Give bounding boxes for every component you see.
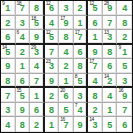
cell-r1c0[interactable]: 2 bbox=[1, 16, 16, 31]
cell-r1c1[interactable]: 3 bbox=[16, 16, 31, 31]
cell-r5c6[interactable]: 4 bbox=[88, 74, 103, 89]
solution-digit: 2 bbox=[93, 106, 98, 115]
cell-r5c7[interactable]: 142 bbox=[103, 74, 118, 89]
solution-digit: 7 bbox=[63, 121, 68, 130]
solution-digit: 3 bbox=[63, 4, 68, 13]
cage-sum: 12 bbox=[89, 1, 94, 6]
cell-r8c2[interactable]: 2 bbox=[30, 117, 45, 132]
solution-digit: 8 bbox=[63, 33, 68, 42]
solution-digit: 8 bbox=[107, 48, 112, 57]
cell-r5c0[interactable]: 8 bbox=[1, 74, 16, 89]
cage-sum: 15 bbox=[17, 88, 22, 93]
solution-digit: 9 bbox=[78, 121, 83, 130]
cage-sum: 14 bbox=[104, 74, 109, 79]
solution-digit: 5 bbox=[122, 62, 127, 71]
solution-digit: 2 bbox=[78, 4, 83, 13]
cage-sum: 6 bbox=[17, 30, 19, 35]
cage-sum: 23 bbox=[46, 59, 51, 64]
solution-digit: 2 bbox=[63, 62, 68, 71]
cell-r4c7[interactable]: 6 bbox=[103, 59, 118, 74]
cell-r1c6[interactable]: 6 bbox=[88, 16, 103, 31]
solution-digit: 1 bbox=[34, 92, 39, 101]
cage-sum: 18 bbox=[31, 16, 36, 21]
cell-r4c0[interactable]: 9 bbox=[1, 59, 16, 74]
solution-digit: 6 bbox=[93, 19, 98, 28]
solution-digit: 2 bbox=[49, 92, 54, 101]
cage-sum: 28 bbox=[104, 1, 109, 6]
cell-r7c6[interactable]: 2 bbox=[88, 103, 103, 118]
cage-sum: 14 bbox=[2, 45, 7, 50]
cell-r6c0[interactable]: 7 bbox=[1, 88, 16, 103]
solution-digit: 4 bbox=[78, 106, 83, 115]
solution-digit: 2 bbox=[34, 121, 39, 130]
cell-r7c5[interactable]: 74 bbox=[74, 103, 89, 118]
solution-digit: 7 bbox=[34, 77, 39, 86]
solution-digit: 4 bbox=[107, 92, 112, 101]
cell-r6c6[interactable]: 8 bbox=[88, 88, 103, 103]
cell-r8c6[interactable]: 143 bbox=[88, 117, 103, 132]
solution-digit: 5 bbox=[63, 106, 68, 115]
cell-r5c4[interactable]: 1 bbox=[59, 74, 74, 89]
solution-digit: 6 bbox=[5, 33, 10, 42]
cell-r6c4[interactable]: 206 bbox=[59, 88, 74, 103]
cell-r0c8[interactable]: 4 bbox=[117, 1, 132, 16]
solution-digit: 1 bbox=[63, 77, 68, 86]
cell-r6c2[interactable]: 1 bbox=[30, 88, 45, 103]
cell-r0c4[interactable]: 3 bbox=[59, 1, 74, 16]
solution-digit: 3 bbox=[20, 19, 25, 28]
solution-digit: 4 bbox=[5, 121, 10, 130]
cage-sum: 8 bbox=[75, 74, 77, 79]
cell-r1c8[interactable]: 8 bbox=[117, 16, 132, 31]
cell-r4c8[interactable]: 5 bbox=[117, 59, 132, 74]
cell-r2c6[interactable]: 1 bbox=[88, 30, 103, 45]
solution-digit: 5 bbox=[78, 77, 83, 86]
cell-r7c2[interactable]: 6 bbox=[30, 103, 45, 118]
cell-r4c5[interactable]: 8 bbox=[74, 59, 89, 74]
solution-digit: 3 bbox=[122, 77, 127, 86]
cage-sum: 12 bbox=[46, 30, 51, 35]
solution-digit: 1 bbox=[122, 48, 127, 57]
cell-r5c8[interactable]: 3 bbox=[117, 74, 132, 89]
cell-r1c7[interactable]: 7 bbox=[103, 16, 118, 31]
cell-r5c1[interactable]: 6 bbox=[16, 74, 31, 89]
cage-sum: 16 bbox=[118, 88, 123, 93]
cell-r3c1[interactable]: 2 bbox=[16, 45, 31, 60]
cell-r5c2[interactable]: 7 bbox=[30, 74, 45, 89]
solution-digit: 8 bbox=[5, 77, 10, 86]
cell-r7c0[interactable]: 3 bbox=[1, 103, 16, 118]
cell-r3c4[interactable]: 4 bbox=[59, 45, 74, 60]
cell-r8c5[interactable]: 9 bbox=[74, 117, 89, 132]
cell-r8c7[interactable]: 5 bbox=[103, 117, 118, 132]
cell-r6c3[interactable]: 2 bbox=[45, 88, 60, 103]
cage-sum: 17 bbox=[75, 30, 80, 35]
cell-r6c5[interactable]: 3 bbox=[74, 88, 89, 103]
cell-r1c5[interactable]: 1 bbox=[74, 16, 89, 31]
solution-digit: 9 bbox=[20, 106, 25, 115]
cell-r6c1[interactable]: 155 bbox=[16, 88, 31, 103]
solution-digit: 3 bbox=[93, 121, 98, 130]
cell-r1c3[interactable]: 4 bbox=[45, 16, 60, 31]
cage-sum: 12 bbox=[46, 1, 51, 6]
cell-r0c2[interactable]: 8 bbox=[30, 1, 45, 16]
cell-r5c3[interactable]: 9 bbox=[45, 74, 60, 89]
cell-r7c3[interactable]: 8 bbox=[45, 103, 60, 118]
solution-digit: 3 bbox=[5, 106, 10, 115]
solution-digit: 6 bbox=[34, 106, 39, 115]
solution-digit: 9 bbox=[5, 62, 10, 71]
cell-r0c7[interactable]: 289 bbox=[103, 1, 118, 16]
cell-r5c5[interactable]: 85 bbox=[74, 74, 89, 89]
cell-r2c3[interactable]: 125 bbox=[45, 30, 60, 45]
cage-sum: 9 bbox=[2, 1, 4, 6]
cage-sum: 20 bbox=[60, 88, 65, 93]
cell-r3c2[interactable]: 293 bbox=[30, 45, 45, 60]
cell-r2c8[interactable]: 2 bbox=[117, 30, 132, 45]
cell-r2c2[interactable]: 9 bbox=[30, 30, 45, 45]
solution-digit: 8 bbox=[78, 62, 83, 71]
cage-sum: 9 bbox=[118, 45, 120, 50]
solution-digit: 2 bbox=[5, 19, 10, 28]
cell-r2c5[interactable]: 177 bbox=[74, 30, 89, 45]
solution-digit: 6 bbox=[20, 77, 25, 86]
solution-digit: 7 bbox=[49, 48, 54, 57]
solution-digit: 7 bbox=[5, 92, 10, 101]
solution-digit: 1 bbox=[78, 19, 83, 28]
cell-r0c6[interactable]: 125 bbox=[88, 1, 103, 16]
cell-r4c3[interactable]: 233 bbox=[45, 59, 60, 74]
killer-sudoku-board: 9118781263212528942318541791678664912581… bbox=[0, 0, 133, 133]
cell-r0c1[interactable]: 187 bbox=[16, 1, 31, 16]
solution-digit: 2 bbox=[20, 48, 25, 57]
solution-digit: 9 bbox=[49, 77, 54, 86]
cell-r7c4[interactable]: 5 bbox=[59, 103, 74, 118]
cell-r3c8[interactable]: 91 bbox=[117, 45, 132, 60]
cell-r8c4[interactable]: 167 bbox=[59, 117, 74, 132]
solution-digit: 4 bbox=[63, 48, 68, 57]
solution-digit: 9 bbox=[93, 48, 98, 57]
solution-digit: 4 bbox=[49, 19, 54, 28]
cell-r3c0[interactable]: 145 bbox=[1, 45, 16, 60]
cell-r4c4[interactable]: 2 bbox=[59, 59, 74, 74]
cage-sum: 18 bbox=[17, 1, 22, 6]
solution-digit: 8 bbox=[34, 4, 39, 13]
cell-r1c2[interactable]: 185 bbox=[30, 16, 45, 31]
cell-r6c8[interactable]: 169 bbox=[117, 88, 132, 103]
cell-r2c7[interactable]: 133 bbox=[103, 30, 118, 45]
solution-digit: 6 bbox=[78, 48, 83, 57]
solution-digit: 9 bbox=[34, 33, 39, 42]
solution-digit: 1 bbox=[5, 4, 10, 13]
cell-r7c7[interactable]: 1 bbox=[103, 103, 118, 118]
cage-sum: 7 bbox=[75, 103, 77, 108]
solution-digit: 1 bbox=[20, 62, 25, 71]
solution-digit: 4 bbox=[122, 4, 127, 13]
solution-digit: 8 bbox=[122, 19, 127, 28]
cell-r6c7[interactable]: 4 bbox=[103, 88, 118, 103]
cell-r7c1[interactable]: 9 bbox=[16, 103, 31, 118]
cage-sum: 13 bbox=[104, 30, 109, 35]
solution-digit: 8 bbox=[20, 121, 25, 130]
solution-digit: 6 bbox=[107, 62, 112, 71]
cell-r8c1[interactable]: 8 bbox=[16, 117, 31, 132]
solution-digit: 7 bbox=[107, 19, 112, 28]
cell-r2c4[interactable]: 8 bbox=[59, 30, 74, 45]
cell-r8c8[interactable]: 6 bbox=[117, 117, 132, 132]
solution-digit: 4 bbox=[93, 77, 98, 86]
cell-r0c5[interactable]: 2 bbox=[74, 1, 89, 16]
cage-sum: 14 bbox=[89, 117, 94, 122]
cell-r8c0[interactable]: 4 bbox=[1, 117, 16, 132]
cell-r0c0[interactable]: 91 bbox=[1, 1, 16, 16]
cage-sum: 29 bbox=[31, 45, 36, 50]
solution-digit: 6 bbox=[122, 121, 127, 130]
solution-digit: 1 bbox=[93, 33, 98, 42]
solution-digit: 3 bbox=[78, 92, 83, 101]
cell-r4c6[interactable]: 177 bbox=[88, 59, 103, 74]
cage-sum: 16 bbox=[60, 117, 65, 122]
cage-sum: 17 bbox=[89, 59, 94, 64]
solution-digit: 7 bbox=[122, 106, 127, 115]
solution-digit: 4 bbox=[34, 62, 39, 71]
cell-r2c0[interactable]: 6 bbox=[1, 30, 16, 45]
solution-digit: 2 bbox=[122, 33, 127, 42]
cell-r7c8[interactable]: 7 bbox=[117, 103, 132, 118]
cell-r3c3[interactable]: 7 bbox=[45, 45, 60, 60]
solution-digit: 1 bbox=[107, 106, 112, 115]
solution-digit: 5 bbox=[107, 121, 112, 130]
cell-r4c2[interactable]: 4 bbox=[30, 59, 45, 74]
solution-digit: 4 bbox=[20, 33, 25, 42]
cell-r4c1[interactable]: 1 bbox=[16, 59, 31, 74]
cell-r3c5[interactable]: 6 bbox=[74, 45, 89, 60]
cell-r2c1[interactable]: 64 bbox=[16, 30, 31, 45]
solution-digit: 8 bbox=[93, 92, 98, 101]
solution-digit: 8 bbox=[49, 106, 54, 115]
cell-r8c3[interactable]: 1 bbox=[45, 117, 60, 132]
cell-r3c6[interactable]: 9 bbox=[88, 45, 103, 60]
cell-r0c3[interactable]: 126 bbox=[45, 1, 60, 16]
solution-digit: 1 bbox=[49, 121, 54, 130]
cage-sum: 17 bbox=[60, 16, 65, 21]
cell-r1c4[interactable]: 179 bbox=[59, 16, 74, 31]
cell-r3c7[interactable]: 8 bbox=[103, 45, 118, 60]
